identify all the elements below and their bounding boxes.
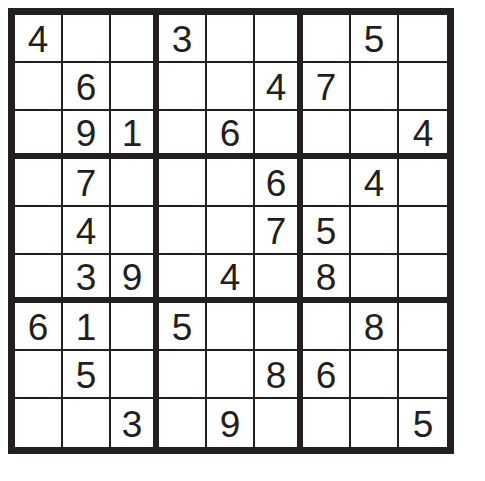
cell-r8c6[interactable]: 8: [255, 351, 303, 399]
cell-r2c2[interactable]: 6: [63, 63, 111, 111]
cell-r1c7[interactable]: [303, 15, 351, 63]
given-digit: 5: [76, 357, 97, 394]
given-digit: 5: [172, 309, 193, 346]
given-digit: 3: [76, 259, 97, 296]
given-digit: 4: [413, 115, 434, 152]
cell-r4c4[interactable]: [159, 159, 207, 207]
cell-r9c6[interactable]: [255, 399, 303, 447]
cell-r5c3[interactable]: [111, 207, 159, 255]
given-digit: 1: [122, 115, 143, 152]
cell-r7c7[interactable]: [303, 303, 351, 351]
cell-r3c6[interactable]: [255, 111, 303, 159]
cell-r6c6[interactable]: [255, 255, 303, 303]
cell-r8c3[interactable]: [111, 351, 159, 399]
given-digit: 4: [76, 213, 97, 250]
cell-r5c2[interactable]: 4: [63, 207, 111, 255]
given-digit: 3: [172, 21, 193, 58]
given-digit: 6: [316, 357, 337, 394]
cell-r3c5[interactable]: 6: [207, 111, 255, 159]
cell-r6c5[interactable]: 4: [207, 255, 255, 303]
cell-r1c2[interactable]: [63, 15, 111, 63]
given-digit: 7: [316, 69, 337, 106]
cell-r9c7[interactable]: [303, 399, 351, 447]
cell-r8c9[interactable]: [399, 351, 447, 399]
cell-r9c3[interactable]: 3: [111, 399, 159, 447]
cell-r6c3[interactable]: 9: [111, 255, 159, 303]
given-digit: 8: [316, 259, 337, 296]
cell-r7c5[interactable]: [207, 303, 255, 351]
cell-r1c8[interactable]: 5: [351, 15, 399, 63]
cell-r8c5[interactable]: [207, 351, 255, 399]
given-digit: 8: [266, 357, 287, 394]
cell-r7c4[interactable]: 5: [159, 303, 207, 351]
cell-r2c4[interactable]: [159, 63, 207, 111]
cell-r3c4[interactable]: [159, 111, 207, 159]
given-digit: 7: [76, 165, 97, 202]
cell-r5c4[interactable]: [159, 207, 207, 255]
sudoku-page: 435647916476447539486158586395: [0, 0, 485, 454]
cell-r3c2[interactable]: 9: [63, 111, 111, 159]
cell-r7c2[interactable]: 1: [63, 303, 111, 351]
cell-r5c8[interactable]: [351, 207, 399, 255]
cell-r7c6[interactable]: [255, 303, 303, 351]
cell-r4c1[interactable]: [15, 159, 63, 207]
cell-r8c2[interactable]: 5: [63, 351, 111, 399]
cell-r1c3[interactable]: [111, 15, 159, 63]
cell-r2c1[interactable]: [15, 63, 63, 111]
cell-r5c5[interactable]: [207, 207, 255, 255]
given-digit: 8: [364, 309, 385, 346]
cell-r1c5[interactable]: [207, 15, 255, 63]
cell-r9c5[interactable]: 9: [207, 399, 255, 447]
cell-r7c1[interactable]: 6: [15, 303, 63, 351]
cell-r4c7[interactable]: [303, 159, 351, 207]
cell-r9c1[interactable]: [15, 399, 63, 447]
cell-r2c3[interactable]: [111, 63, 159, 111]
cell-r2c6[interactable]: 4: [255, 63, 303, 111]
cell-r8c7[interactable]: 6: [303, 351, 351, 399]
cell-r2c9[interactable]: [399, 63, 447, 111]
given-digit: 9: [122, 259, 143, 296]
cell-r5c1[interactable]: [15, 207, 63, 255]
cell-r1c1[interactable]: 4: [15, 15, 63, 63]
cell-r8c4[interactable]: [159, 351, 207, 399]
given-digit: 4: [266, 69, 287, 106]
cell-r3c7[interactable]: [303, 111, 351, 159]
cell-r3c8[interactable]: [351, 111, 399, 159]
given-digit: 4: [364, 165, 385, 202]
given-digit: 4: [220, 259, 241, 296]
cell-r9c9[interactable]: 5: [399, 399, 447, 447]
given-digit: 9: [76, 115, 97, 152]
cell-r6c7[interactable]: 8: [303, 255, 351, 303]
cell-r4c8[interactable]: 4: [351, 159, 399, 207]
cell-r9c4[interactable]: [159, 399, 207, 447]
given-digit: 3: [122, 406, 143, 443]
cell-r2c7[interactable]: 7: [303, 63, 351, 111]
given-digit: 4: [28, 21, 49, 58]
given-digit: 7: [266, 213, 287, 250]
cell-r6c2[interactable]: 3: [63, 255, 111, 303]
cell-r4c5[interactable]: [207, 159, 255, 207]
cell-r9c2[interactable]: [63, 399, 111, 447]
cell-r5c6[interactable]: 7: [255, 207, 303, 255]
given-digit: 6: [28, 309, 49, 346]
cell-r6c4[interactable]: [159, 255, 207, 303]
cell-r5c9[interactable]: [399, 207, 447, 255]
cell-r5c7[interactable]: 5: [303, 207, 351, 255]
cell-r1c6[interactable]: [255, 15, 303, 63]
given-digit: 5: [364, 21, 385, 58]
given-digit: 5: [413, 406, 434, 443]
cell-r4c2[interactable]: 7: [63, 159, 111, 207]
cell-r2c8[interactable]: [351, 63, 399, 111]
cell-r2c5[interactable]: [207, 63, 255, 111]
cell-r7c8[interactable]: 8: [351, 303, 399, 351]
cell-r8c1[interactable]: [15, 351, 63, 399]
given-digit: 6: [220, 115, 241, 152]
cell-r3c1[interactable]: [15, 111, 63, 159]
cell-r3c9[interactable]: 4: [399, 111, 447, 159]
given-digit: 6: [76, 69, 97, 106]
cell-r4c3[interactable]: [111, 159, 159, 207]
given-digit: 1: [76, 309, 97, 346]
cell-r7c9[interactable]: [399, 303, 447, 351]
cell-r4c6[interactable]: 6: [255, 159, 303, 207]
sudoku-board: 435647916476447539486158586395: [8, 8, 454, 454]
cell-r6c9[interactable]: [399, 255, 447, 303]
cell-r6c8[interactable]: [351, 255, 399, 303]
cell-r6c1[interactable]: [15, 255, 63, 303]
cell-r3c3[interactable]: 1: [111, 111, 159, 159]
cell-r1c9[interactable]: [399, 15, 447, 63]
cell-r9c8[interactable]: [351, 399, 399, 447]
given-digit: 9: [220, 406, 241, 443]
cell-r4c9[interactable]: [399, 159, 447, 207]
cell-r8c8[interactable]: [351, 351, 399, 399]
cell-r1c4[interactable]: 3: [159, 15, 207, 63]
cell-r7c3[interactable]: [111, 303, 159, 351]
given-digit: 5: [316, 213, 337, 250]
given-digit: 6: [266, 165, 287, 202]
